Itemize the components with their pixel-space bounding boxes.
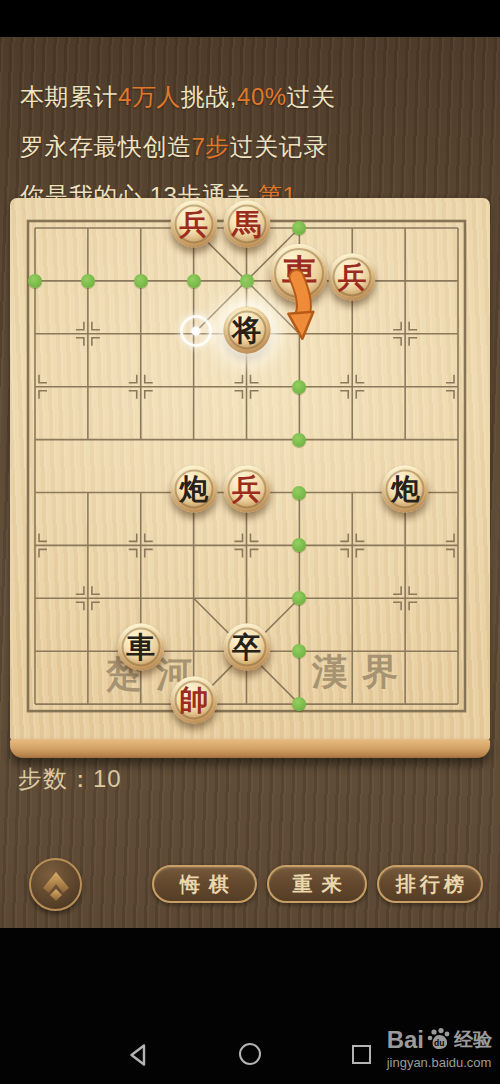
piece-black-cannon[interactable]: 炮 xyxy=(170,465,217,512)
piece-black-cannon[interactable]: 炮 xyxy=(382,465,429,512)
piece-label: 車 xyxy=(126,633,155,662)
piece-label: 将 xyxy=(232,315,261,344)
baidu-watermark: Bai du 经验 jingyan.baidu.com xyxy=(387,1026,492,1070)
legal-move-dot[interactable] xyxy=(292,486,306,500)
plain-text: 挑战, xyxy=(181,83,237,110)
chevron-up-icon xyxy=(38,867,74,903)
piece-label: 炮 xyxy=(391,474,420,503)
piece-label: 馬 xyxy=(232,210,261,239)
watermark-url: jingyan.baidu.com xyxy=(387,1055,492,1070)
undo-button-label: 悔棋 xyxy=(171,871,238,898)
svg-text:du: du xyxy=(434,1038,444,1048)
legal-move-dot[interactable] xyxy=(292,591,306,605)
legal-move-dot[interactable] xyxy=(28,274,42,288)
leaderboard-button[interactable]: 排行榜 xyxy=(377,865,483,903)
piece-red-horse[interactable]: 馬 xyxy=(223,201,270,248)
piece-black-chariot[interactable]: 車 xyxy=(117,624,164,671)
piece-label: 兵 xyxy=(232,474,261,503)
baidu-paw-icon: du xyxy=(426,1027,452,1053)
nav-home-icon[interactable] xyxy=(239,1043,261,1065)
last-move-from-marker xyxy=(180,315,212,347)
plain-text: 过关记录 xyxy=(230,133,328,160)
restart-button[interactable]: 重来 xyxy=(267,865,367,903)
board-surface[interactable]: 楚河 漢界 兵馬車兵将炮兵炮車卒帥 xyxy=(10,198,490,740)
step-counter: 步数：10 xyxy=(18,763,122,795)
restart-button-label: 重来 xyxy=(284,871,351,898)
legal-move-dot[interactable] xyxy=(292,644,306,658)
piece-red-soldier[interactable]: 兵 xyxy=(170,201,217,248)
record-text: 罗永存最快创造7步过关记录 xyxy=(20,134,328,160)
step-counter-value: 10 xyxy=(93,765,122,792)
legal-move-dot[interactable] xyxy=(292,380,306,394)
legal-move-dot[interactable] xyxy=(292,697,306,711)
legal-move-dot[interactable] xyxy=(292,433,306,447)
legal-move-dot[interactable] xyxy=(134,274,148,288)
piece-red-soldier[interactable]: 兵 xyxy=(223,465,270,512)
plain-text: 罗永存最快创造 xyxy=(20,133,192,160)
step-counter-label: 步数： xyxy=(18,765,93,792)
piece-label: 兵 xyxy=(338,262,367,291)
legal-move-dot[interactable] xyxy=(187,274,201,288)
xiangqi-board[interactable]: 楚河 漢界 兵馬車兵将炮兵炮車卒帥 xyxy=(10,198,490,758)
piece-black-soldier[interactable]: 卒 xyxy=(223,624,270,671)
piece-red-chariot[interactable]: 車 xyxy=(270,244,328,302)
piece-label: 卒 xyxy=(232,633,261,662)
piece-label: 車 xyxy=(282,255,317,290)
status-bar xyxy=(0,0,500,37)
nav-back-icon[interactable] xyxy=(127,1043,151,1067)
app-screen: 本期累计4万人挑战,40%过关 罗永存最快创造7步过关记录 你是我的心 13步通… xyxy=(0,0,500,1084)
challenge-stats-text: 本期累计4万人挑战,40%过关 xyxy=(20,84,336,110)
collapse-panel-button[interactable] xyxy=(29,858,82,911)
undo-button[interactable]: 悔棋 xyxy=(152,865,257,903)
piece-red-soldier[interactable]: 兵 xyxy=(329,253,376,300)
baidu-logo-text: Bai xyxy=(387,1026,424,1054)
legal-move-dot[interactable] xyxy=(292,221,306,235)
highlight-text: 7步 xyxy=(192,133,230,160)
plain-text: 本期累计 xyxy=(20,83,118,110)
highlight-text: 40% xyxy=(237,83,287,110)
highlight-text: 4万人 xyxy=(118,83,181,110)
piece-label: 帥 xyxy=(179,686,208,715)
plain-text: 过关 xyxy=(287,83,336,110)
legal-move-dot[interactable] xyxy=(292,538,306,552)
legal-move-dot[interactable] xyxy=(81,274,95,288)
piece-red-general[interactable]: 帥 xyxy=(170,677,217,724)
board-edge xyxy=(10,739,490,758)
piece-black-general[interactable]: 将 xyxy=(223,306,270,353)
leaderboard-button-label: 排行榜 xyxy=(392,871,468,898)
baidu-jingyan-text: 经验 xyxy=(454,1027,492,1053)
piece-label: 兵 xyxy=(179,210,208,239)
piece-label: 炮 xyxy=(179,474,208,503)
legal-move-dot[interactable] xyxy=(240,274,254,288)
nav-recents-icon[interactable] xyxy=(352,1045,371,1064)
